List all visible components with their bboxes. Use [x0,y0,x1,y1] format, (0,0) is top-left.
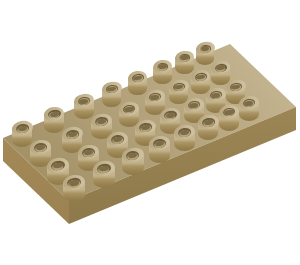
stud-r1-c4 [102,82,122,95]
stud-r3-c2 [78,145,99,159]
stud-r1-c2 [44,107,64,121]
stud-r4-c2 [93,161,115,176]
stud-r3-c8 [226,80,246,93]
stud-hole-dark-core [124,106,134,112]
stud-r3-c4 [135,120,156,134]
stud-top-cap [118,100,140,117]
stud-r2-c2 [62,127,83,141]
stud-top-cap [225,78,247,94]
stud-r2-c1 [30,140,51,154]
stud-grid [0,0,300,265]
stud-r3-c7 [206,88,226,101]
stud-r4-c4 [149,136,170,150]
stud-r1-c6 [153,60,172,73]
stud-top-cap [134,118,157,135]
stud-r3-c6 [184,98,204,112]
stud-r1-c5 [128,71,147,84]
stud-r3-c1 [47,158,69,173]
stud-top-cap [168,78,190,94]
stud-r2-c3 [91,114,112,128]
lego-duplo-plate-product-image [0,0,300,265]
stud-r1-c1 [12,121,33,135]
stud-r1-c3 [74,94,94,107]
stud-top-cap [195,40,215,55]
stud-r1-c8 [196,42,215,55]
stud-r2-c8 [211,61,230,74]
stud-r4-c5 [174,125,195,139]
stud-r4-c1 [63,175,85,190]
stud-top-cap [62,173,86,191]
stud-top-cap [90,112,112,129]
stud-r4-c6 [198,115,219,129]
stud-r4-c3 [122,148,144,162]
stud-r2-c4 [119,102,139,116]
stud-top-cap [77,143,100,160]
stud-r4-c8 [239,96,259,110]
stud-r2-c7 [191,70,210,83]
stud-r3-c3 [107,132,128,146]
stud-top-cap [197,113,219,130]
stud-r2-c5 [145,90,165,103]
stud-top-cap [174,49,195,64]
stud-top-cap [61,125,84,142]
stud-r3-c5 [160,108,180,122]
stud-r2-c6 [169,80,189,93]
stud-top-cap [106,130,129,147]
stud-r4-c7 [219,105,239,119]
stud-r1-c7 [175,51,194,64]
